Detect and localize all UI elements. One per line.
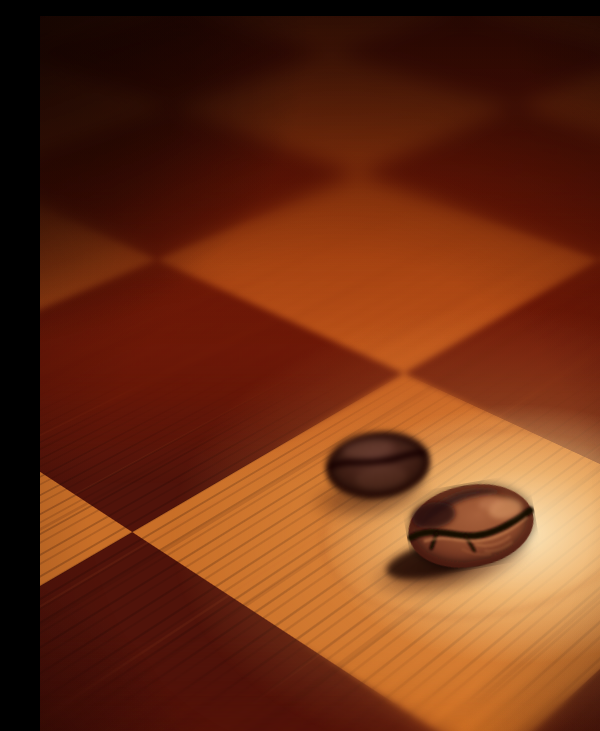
board-layer-mid-focus	[40, 16, 600, 731]
checkerboard-plane	[40, 16, 600, 731]
coffee-bean-front-graphic	[400, 472, 543, 579]
board-layer-far-blurred	[40, 16, 600, 731]
spotlight-core-glow	[40, 16, 600, 731]
front-bean-char-band	[411, 484, 509, 530]
vignette-bottom-right	[40, 16, 600, 731]
coffee-bean-back-graphic	[321, 425, 436, 506]
front-bean-crease	[410, 510, 533, 547]
still-life-photo: Macro photograph of a wooden checkerboar…	[40, 16, 600, 731]
top-shadow-gradient	[40, 16, 600, 731]
coffee-bean-front	[400, 472, 543, 579]
front-bean-highlight	[487, 496, 524, 522]
front-bean-contact-shadow	[383, 528, 498, 588]
checkerboard-plane	[40, 16, 600, 731]
distance-orange-wash	[40, 16, 600, 731]
front-bean-shadow	[360, 513, 540, 614]
checkerboard-plane	[40, 16, 600, 731]
back-bean-shadow	[303, 463, 436, 528]
vignette-top-right	[40, 16, 600, 731]
global-vignette	[40, 16, 600, 731]
back-bean-crease	[329, 452, 425, 467]
spotlight-outer-glow	[40, 16, 600, 731]
coffee-bean-back	[321, 425, 436, 506]
faint-ring-mark	[307, 407, 600, 642]
vignette-bottom-left	[40, 16, 600, 731]
board-layer-sharp	[40, 16, 600, 731]
vignette-top-left	[40, 16, 600, 731]
